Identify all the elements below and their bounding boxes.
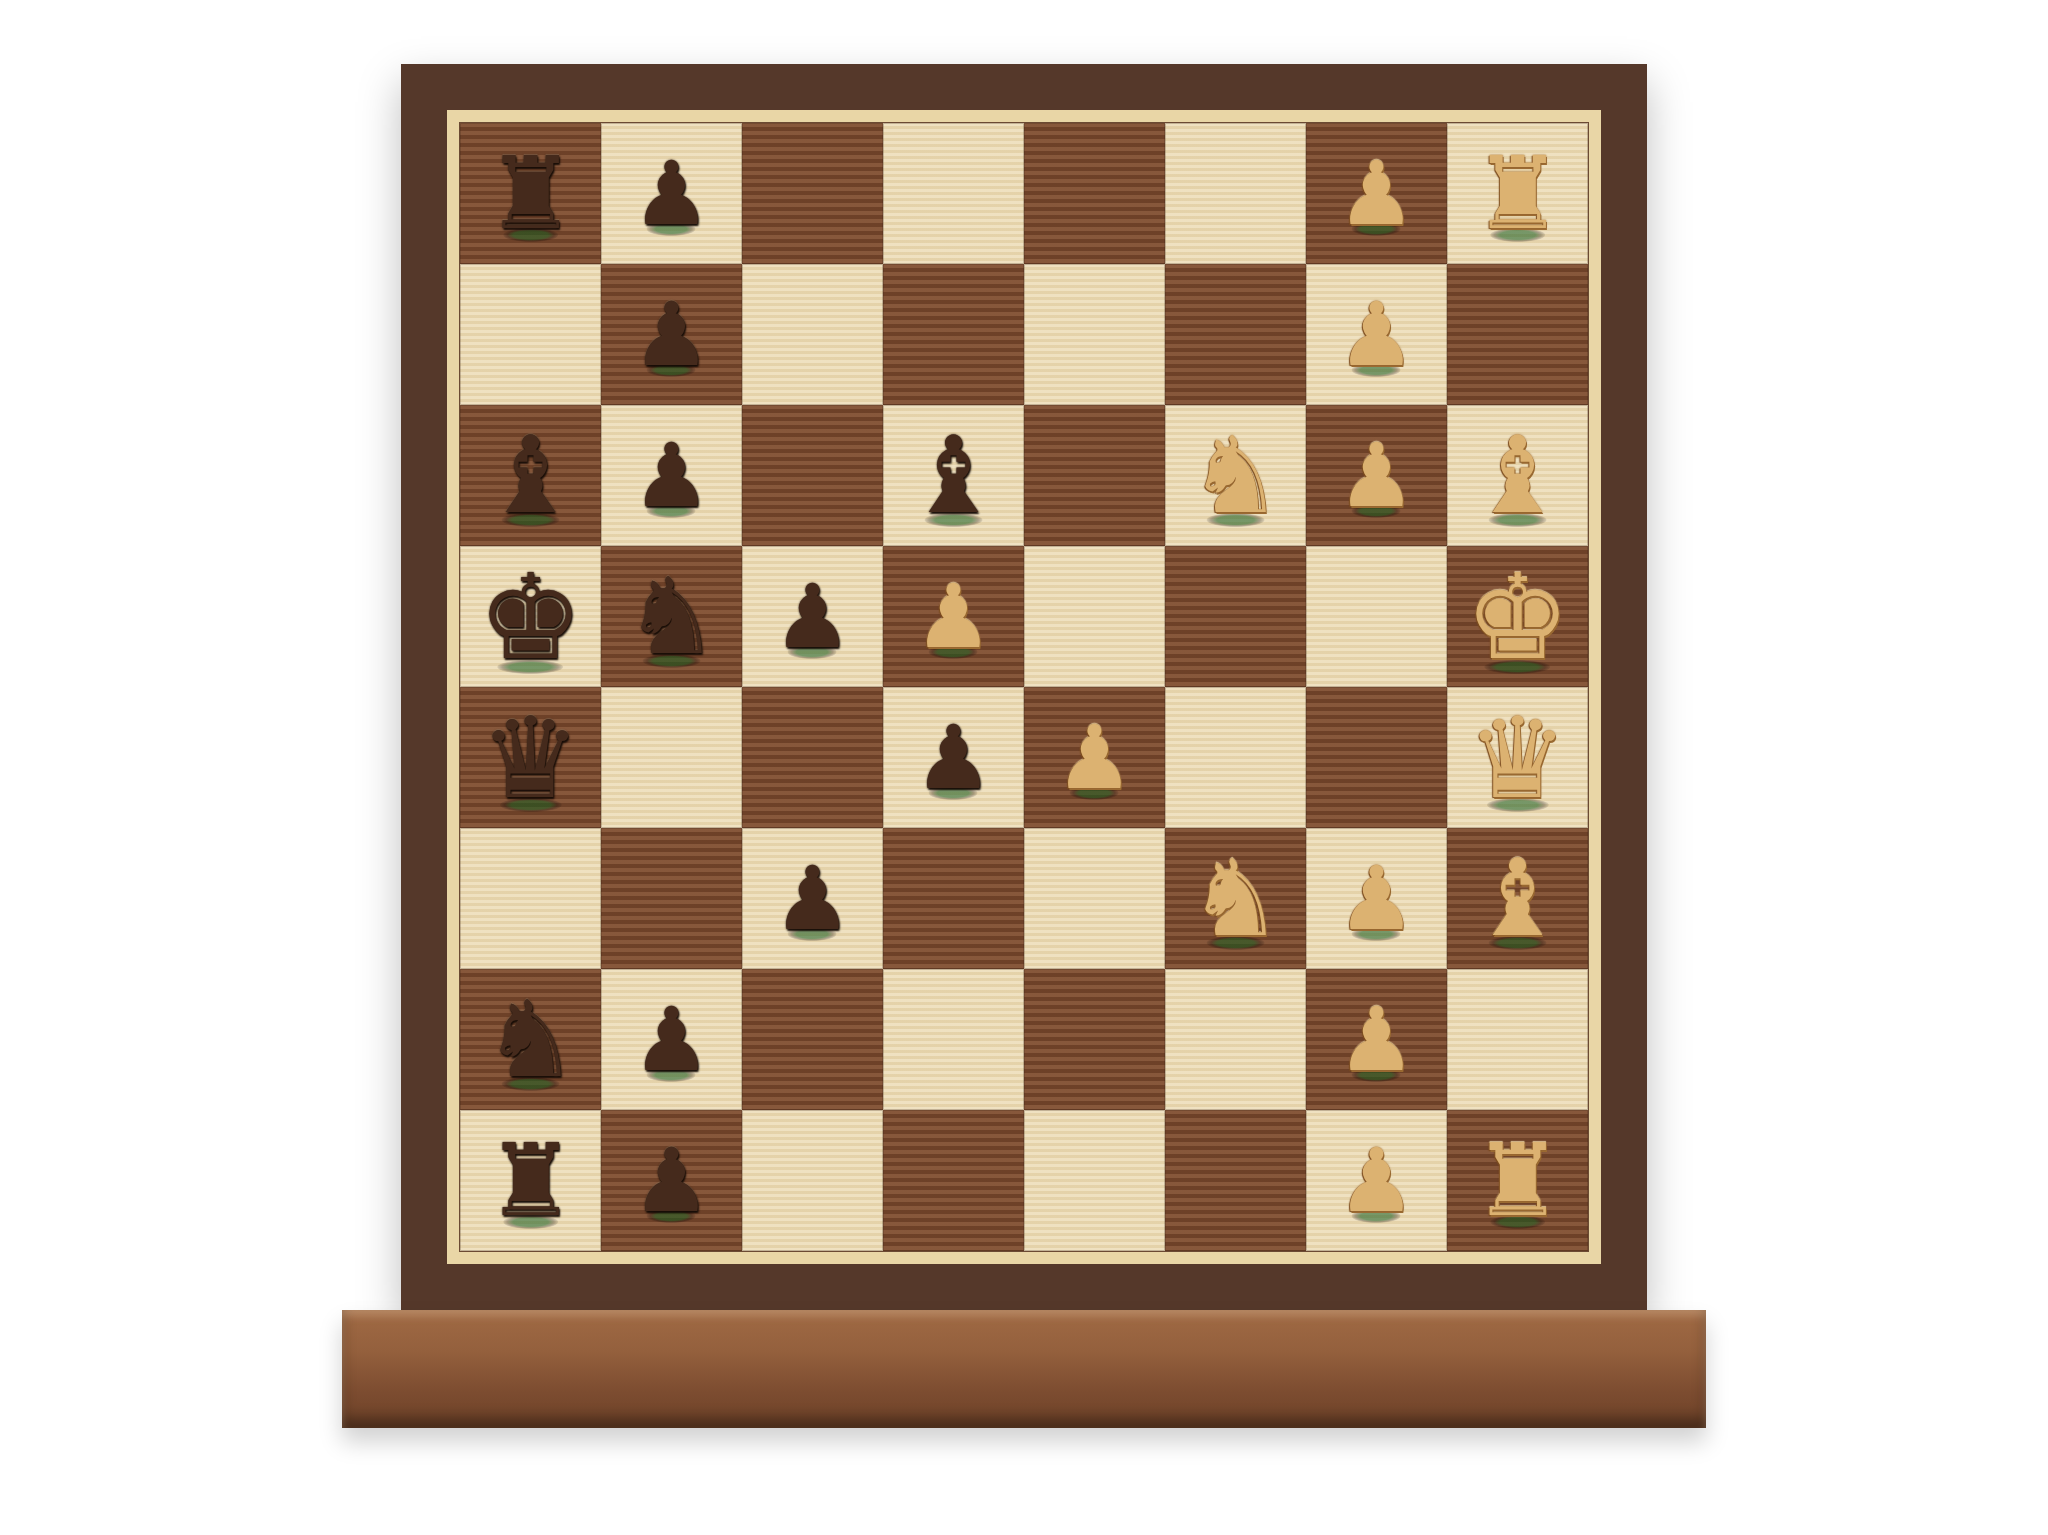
black-knight-icon[interactable]: ♞ — [624, 564, 719, 670]
white-rook-icon[interactable]: ♜ — [1473, 1131, 1563, 1231]
square-h5[interactable] — [883, 123, 1024, 264]
square-b4[interactable] — [1024, 969, 1165, 1110]
square-e7[interactable]: ♞ — [601, 546, 742, 687]
chess-photo-scene: ♜♟♟♜♟♟♝♟♝♞♟♝♚♞♟♟♚♛♟♟♛♟♞♟♝♞♟♟♜♟♟♜ — [0, 0, 2048, 1535]
square-g1[interactable] — [1447, 264, 1588, 405]
white-pawn-icon[interactable]: ♟ — [1337, 996, 1416, 1084]
square-e4[interactable] — [1024, 546, 1165, 687]
white-king-icon[interactable]: ♚ — [1465, 558, 1571, 676]
square-h4[interactable] — [1024, 123, 1165, 264]
square-f1[interactable]: ♝ — [1447, 405, 1588, 546]
square-h3[interactable] — [1165, 123, 1306, 264]
white-pawn-icon[interactable]: ♟ — [914, 573, 993, 661]
black-pawn-icon[interactable]: ♟ — [632, 996, 711, 1084]
black-king-icon[interactable]: ♚ — [478, 558, 584, 676]
square-d4[interactable]: ♟ — [1024, 687, 1165, 828]
white-knight-icon[interactable]: ♞ — [1188, 846, 1283, 952]
square-e5[interactable]: ♟ — [883, 546, 1024, 687]
white-pawn-icon[interactable]: ♟ — [1337, 291, 1416, 379]
square-b7[interactable]: ♟ — [601, 969, 742, 1110]
square-g5[interactable] — [883, 264, 1024, 405]
square-b3[interactable] — [1165, 969, 1306, 1110]
square-d2[interactable] — [1306, 687, 1447, 828]
square-g2[interactable]: ♟ — [1306, 264, 1447, 405]
square-g3[interactable] — [1165, 264, 1306, 405]
black-pawn-icon[interactable]: ♟ — [914, 714, 993, 802]
square-c5[interactable] — [883, 828, 1024, 969]
square-a5[interactable] — [883, 1110, 1024, 1251]
square-a3[interactable] — [1165, 1110, 1306, 1251]
square-c2[interactable]: ♟ — [1306, 828, 1447, 969]
black-bishop-icon[interactable]: ♝ — [906, 423, 1001, 529]
board-front-apron — [342, 1310, 1706, 1428]
square-c6[interactable]: ♟ — [742, 828, 883, 969]
square-f7[interactable]: ♟ — [601, 405, 742, 546]
white-pawn-icon[interactable]: ♟ — [1337, 150, 1416, 238]
square-a7[interactable]: ♟ — [601, 1110, 742, 1251]
square-f3[interactable]: ♞ — [1165, 405, 1306, 546]
square-d8[interactable]: ♛ — [460, 687, 601, 828]
white-bishop-icon[interactable]: ♝ — [1470, 846, 1565, 952]
square-g4[interactable] — [1024, 264, 1165, 405]
black-pawn-icon[interactable]: ♟ — [773, 573, 852, 661]
square-c1[interactable]: ♝ — [1447, 828, 1588, 969]
square-d7[interactable] — [601, 687, 742, 828]
black-knight-icon[interactable]: ♞ — [483, 987, 578, 1093]
black-pawn-icon[interactable]: ♟ — [632, 1137, 711, 1225]
board-walnut-frame: ♜♟♟♜♟♟♝♟♝♞♟♝♚♞♟♟♚♛♟♟♛♟♞♟♝♞♟♟♜♟♟♜ — [401, 64, 1647, 1310]
square-c4[interactable] — [1024, 828, 1165, 969]
square-g6[interactable] — [742, 264, 883, 405]
square-e1[interactable]: ♚ — [1447, 546, 1588, 687]
square-a4[interactable] — [1024, 1110, 1165, 1251]
square-h6[interactable] — [742, 123, 883, 264]
square-c8[interactable] — [460, 828, 601, 969]
square-a2[interactable]: ♟ — [1306, 1110, 1447, 1251]
square-f6[interactable] — [742, 405, 883, 546]
white-pawn-icon[interactable]: ♟ — [1337, 1137, 1416, 1225]
square-f5[interactable]: ♝ — [883, 405, 1024, 546]
black-queen-icon[interactable]: ♛ — [480, 702, 580, 814]
white-queen-icon[interactable]: ♛ — [1467, 702, 1567, 814]
square-d5[interactable]: ♟ — [883, 687, 1024, 828]
square-f2[interactable]: ♟ — [1306, 405, 1447, 546]
square-h7[interactable]: ♟ — [601, 123, 742, 264]
white-pawn-icon[interactable]: ♟ — [1337, 855, 1416, 943]
square-d6[interactable] — [742, 687, 883, 828]
white-pawn-icon[interactable]: ♟ — [1055, 714, 1134, 802]
square-e8[interactable]: ♚ — [460, 546, 601, 687]
square-d3[interactable] — [1165, 687, 1306, 828]
square-f8[interactable]: ♝ — [460, 405, 601, 546]
square-c7[interactable] — [601, 828, 742, 969]
square-b2[interactable]: ♟ — [1306, 969, 1447, 1110]
square-a8[interactable]: ♜ — [460, 1110, 601, 1251]
square-h1[interactable]: ♜ — [1447, 123, 1588, 264]
square-b5[interactable] — [883, 969, 1024, 1110]
black-bishop-icon[interactable]: ♝ — [483, 423, 578, 529]
square-g7[interactable]: ♟ — [601, 264, 742, 405]
board-maple-border: ♜♟♟♜♟♟♝♟♝♞♟♝♚♞♟♟♚♛♟♟♛♟♞♟♝♞♟♟♜♟♟♜ — [447, 110, 1601, 1264]
black-rook-icon[interactable]: ♜ — [486, 144, 576, 244]
white-bishop-icon[interactable]: ♝ — [1470, 423, 1565, 529]
chess-board: ♜♟♟♜♟♟♝♟♝♞♟♝♚♞♟♟♚♛♟♟♛♟♞♟♝♞♟♟♜♟♟♜ — [459, 122, 1589, 1252]
square-e3[interactable] — [1165, 546, 1306, 687]
square-f4[interactable] — [1024, 405, 1165, 546]
square-h8[interactable]: ♜ — [460, 123, 601, 264]
square-b1[interactable] — [1447, 969, 1588, 1110]
white-pawn-icon[interactable]: ♟ — [1337, 432, 1416, 520]
white-knight-icon[interactable]: ♞ — [1188, 423, 1283, 529]
square-d1[interactable]: ♛ — [1447, 687, 1588, 828]
square-c3[interactable]: ♞ — [1165, 828, 1306, 969]
square-g8[interactable] — [460, 264, 601, 405]
square-e2[interactable] — [1306, 546, 1447, 687]
black-pawn-icon[interactable]: ♟ — [632, 150, 711, 238]
square-b6[interactable] — [742, 969, 883, 1110]
square-a6[interactable] — [742, 1110, 883, 1251]
black-pawn-icon[interactable]: ♟ — [632, 291, 711, 379]
square-b8[interactable]: ♞ — [460, 969, 601, 1110]
square-e6[interactable]: ♟ — [742, 546, 883, 687]
white-rook-icon[interactable]: ♜ — [1473, 144, 1563, 244]
black-rook-icon[interactable]: ♜ — [486, 1131, 576, 1231]
black-pawn-icon[interactable]: ♟ — [773, 855, 852, 943]
square-a1[interactable]: ♜ — [1447, 1110, 1588, 1251]
black-pawn-icon[interactable]: ♟ — [632, 432, 711, 520]
square-h2[interactable]: ♟ — [1306, 123, 1447, 264]
